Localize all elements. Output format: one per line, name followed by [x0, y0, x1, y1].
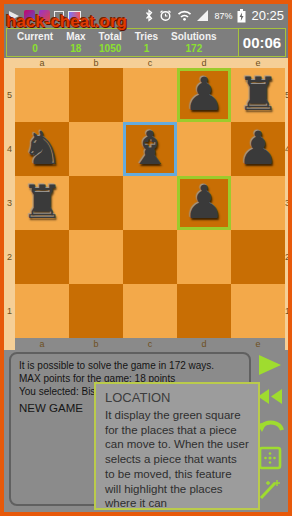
stat-value: 18 — [70, 43, 81, 55]
stat-tries: Tries1 — [135, 31, 158, 54]
status-bar: 87% 20:25 hack-cheat.org — [4, 4, 288, 27]
square-e5[interactable]: ♜ — [231, 68, 285, 122]
play-icon — [257, 354, 283, 376]
square-d2[interactable] — [177, 230, 231, 284]
square-a4[interactable]: ♞ — [15, 122, 69, 176]
watermark: hack-cheat.org — [6, 12, 127, 32]
square-c4[interactable]: ♝ — [123, 122, 177, 176]
file-label: a — [15, 58, 69, 68]
board-grid: ♟♜♞♝♟♜♟ — [15, 68, 285, 338]
square-d5[interactable]: ♟ — [177, 68, 231, 122]
stats-panel: Current0Max18Total1050Tries1Solutions172… — [6, 28, 286, 57]
rank-label: 2 — [4, 230, 15, 284]
square-c1[interactable] — [123, 284, 177, 338]
rank-label: 5 — [4, 68, 15, 122]
magic-wand-icon — [258, 478, 282, 500]
square-a1[interactable] — [15, 284, 69, 338]
stat-value: 1050 — [99, 43, 121, 55]
stat-label: Total — [99, 31, 122, 43]
stats-columns: Current0Max18Total1050Tries1Solutions172 — [7, 29, 238, 56]
black-knight: ♞ — [15, 122, 69, 174]
stat-label: Solutions — [171, 31, 217, 43]
stat-label: Current — [17, 31, 53, 43]
square-d4[interactable] — [177, 122, 231, 176]
stat-solutions: Solutions172 — [171, 31, 217, 54]
black-pawn: ♟ — [177, 176, 231, 228]
status-indicators: 87% 20:25 — [144, 8, 284, 23]
play-button[interactable] — [255, 352, 285, 378]
message-line: It is possible to solve the game in 172 … — [19, 360, 241, 371]
rank-label: 1 — [4, 284, 15, 338]
square-a2[interactable] — [15, 230, 69, 284]
black-pawn: ♟ — [231, 122, 285, 174]
stat-max: Max18 — [66, 31, 85, 54]
tooltip-title: LOCATION — [105, 390, 249, 405]
square-c2[interactable] — [123, 230, 177, 284]
square-b1[interactable] — [69, 284, 123, 338]
app-screen: 87% 20:25 hack-cheat.org Current0Max18To… — [0, 0, 292, 516]
alarm-icon — [159, 9, 172, 22]
location-icon — [258, 446, 282, 470]
battery-percent: 87% — [214, 11, 232, 21]
rank-label: 3 — [4, 176, 15, 230]
location-tooltip: LOCATION It display the green square for… — [94, 382, 260, 510]
square-d1[interactable] — [177, 284, 231, 338]
square-e1[interactable] — [231, 284, 285, 338]
status-clock: 20:25 — [251, 8, 284, 23]
stat-value: 172 — [186, 43, 203, 55]
game-timer: 00:06 — [238, 29, 285, 56]
file-label: b — [69, 58, 123, 68]
battery-charging-icon — [237, 9, 246, 23]
rewind-icon — [256, 388, 284, 405]
chess-board: abcde 54321 ♟♜♞♝♟♜♟ 54321 abcde — [4, 58, 288, 350]
square-e2[interactable] — [231, 230, 285, 284]
stat-value: 1 — [144, 43, 150, 55]
wifi-icon — [177, 10, 192, 21]
black-bishop: ♝ — [123, 122, 177, 174]
square-b2[interactable] — [69, 230, 123, 284]
stat-total: Total1050 — [99, 31, 122, 54]
stat-label: Tries — [135, 31, 158, 43]
rank-label: 2 — [285, 230, 290, 284]
rank-label: 5 — [285, 68, 290, 122]
stat-value: 0 — [32, 43, 38, 55]
signal-icon — [197, 10, 209, 21]
rank-label: 3 — [285, 176, 290, 230]
rank-label: 4 — [4, 122, 15, 176]
square-a3[interactable]: ♜ — [15, 176, 69, 230]
undo-icon — [256, 417, 284, 437]
bluetooth-icon — [144, 9, 154, 22]
square-a5[interactable] — [15, 68, 69, 122]
square-b5[interactable] — [69, 68, 123, 122]
rank-labels-left: 54321 — [4, 68, 15, 338]
stat-current: Current0 — [17, 31, 53, 54]
black-rook: ♜ — [15, 176, 69, 228]
square-e3[interactable] — [231, 176, 285, 230]
square-b3[interactable] — [69, 176, 123, 230]
stat-label: Max — [66, 31, 85, 43]
square-c5[interactable] — [123, 68, 177, 122]
square-d3[interactable]: ♟ — [177, 176, 231, 230]
square-b4[interactable] — [69, 122, 123, 176]
square-e4[interactable]: ♟ — [231, 122, 285, 176]
black-pawn: ♟ — [177, 68, 231, 120]
rank-label: 1 — [285, 284, 290, 338]
file-label: c — [123, 58, 177, 68]
tooltip-body: It display the green square for the plac… — [105, 408, 249, 510]
black-rook: ♜ — [231, 68, 285, 120]
square-c3[interactable] — [123, 176, 177, 230]
rank-labels-right: 54321 — [285, 68, 288, 338]
bottom-panel: It is possible to solve the game in 172 … — [4, 350, 288, 512]
rank-label: 4 — [285, 122, 290, 176]
